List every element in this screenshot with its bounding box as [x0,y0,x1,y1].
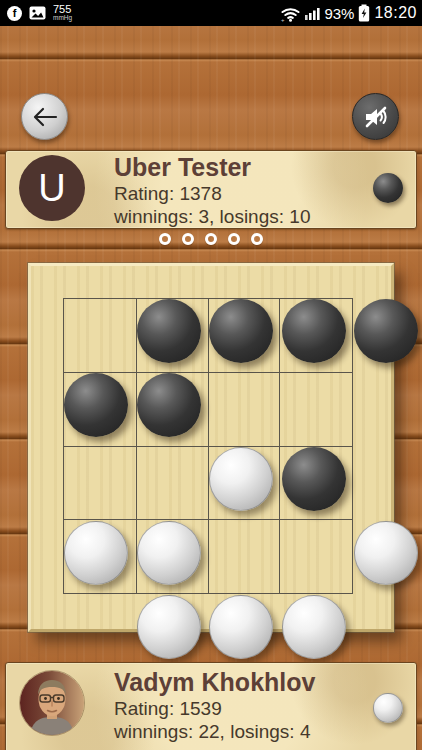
pager-dot-2 [182,233,194,245]
avatar-top: U [19,155,85,221]
go-board[interactable] [28,263,394,632]
white-stone [209,595,273,659]
battery-charging-icon [358,4,370,22]
avatar-bottom [19,670,85,736]
board-point-r2c5[interactable] [350,368,422,442]
board-point-r1c3[interactable] [205,294,278,368]
player-card-bottom[interactable]: Vadym Khokhlov Rating: 1539 winnings: 22… [5,662,417,750]
pager-dot-1 [159,233,171,245]
pager-dot-4 [228,233,240,245]
player-color-stone-white [373,693,403,723]
svg-text:+: + [281,16,285,22]
signal-bars-icon [305,6,320,20]
player-record-bottom: winnings: 22, losings: 4 [114,720,315,743]
pressure-unit: mmHg [53,15,72,22]
player-rating-top: Rating: 1378 [114,182,310,205]
portrait-photo [20,671,84,735]
clock: 18:20 [374,4,417,22]
white-stone [354,521,418,585]
avatar-initial-letter: U [38,167,65,210]
board-point-r2c2[interactable] [133,368,206,442]
board-point-r4c1[interactable] [60,516,133,590]
board-point-r2c4[interactable] [278,368,351,442]
wifi-icon: + [280,5,301,22]
board-point-r3c2[interactable] [133,442,206,516]
black-stone [137,373,201,437]
board-point-r5c3[interactable] [205,590,278,664]
board-point-r1c5[interactable] [350,294,422,368]
white-stone [137,521,201,585]
battery-percent: 93% [324,5,354,22]
pager-dot-3 [205,233,217,245]
board-point-r3c4[interactable] [278,442,351,516]
mute-button[interactable] [352,93,399,140]
app-screen: { "game": "go", "board_size": "5x5", "po… [0,0,422,750]
player-card-top[interactable]: U Uber Tester Rating: 1378 winnings: 3, … [5,150,417,229]
player-color-stone-black [373,173,403,203]
black-stone [64,373,128,437]
player-rating-bottom: Rating: 1539 [114,697,315,720]
player-name-top: Uber Tester [114,153,310,182]
pager-dot-5 [251,233,263,245]
black-stone [209,299,273,363]
white-stone [64,521,128,585]
status-left-cluster: f 755 mmHg [7,0,72,26]
board-point-r4c2[interactable] [133,516,206,590]
board-point-r1c1[interactable] [60,294,133,368]
black-stone [282,299,346,363]
status-right-cluster: + 93% 18:20 [280,0,417,26]
player-info-bottom: Vadym Khokhlov Rating: 1539 winnings: 22… [114,668,315,743]
stone-grid [60,294,422,664]
board-point-r5c2[interactable] [133,590,206,664]
back-arrow-icon [32,106,58,128]
board-point-r4c3[interactable] [205,516,278,590]
board-grid-lines [63,298,353,594]
black-stone [354,299,418,363]
board-point-r1c2[interactable] [133,294,206,368]
board-point-r3c5[interactable] [350,442,422,516]
board-point-r1c4[interactable] [278,294,351,368]
black-stone [137,299,201,363]
board-point-r5c4[interactable] [278,590,351,664]
board-point-r5c1[interactable] [60,590,133,664]
white-stone [137,595,201,659]
board-point-r4c5[interactable] [350,516,422,590]
back-button[interactable] [21,93,68,140]
player-record-top: winnings: 3, losings: 10 [114,205,310,228]
board-point-r4c4[interactable] [278,516,351,590]
pressure-indicator: 755 mmHg [53,4,72,22]
board-point-r3c1[interactable] [60,442,133,516]
white-stone [209,447,273,511]
white-stone [282,595,346,659]
board-point-r5c5[interactable] [350,590,422,664]
gallery-icon [29,6,46,20]
board-point-r2c1[interactable] [60,368,133,442]
page-indicator [0,233,422,245]
player-name-bottom: Vadym Khokhlov [114,668,315,697]
status-bar: f 755 mmHg + 93% 18: [0,0,422,26]
facebook-icon: f [7,6,22,21]
board-point-r3c3[interactable] [205,442,278,516]
board-point-r2c3[interactable] [205,368,278,442]
player-info-top: Uber Tester Rating: 1378 winnings: 3, lo… [114,153,310,228]
mute-icon [363,105,389,129]
black-stone [282,447,346,511]
